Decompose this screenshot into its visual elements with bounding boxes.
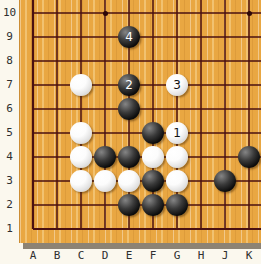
column-label-D: D [96,249,114,263]
intersection-E7[interactable]: 2 [117,73,141,97]
intersection-C4[interactable] [69,145,93,169]
move-number-1: 1 [166,122,188,144]
intersection-E4[interactable] [117,145,141,169]
intersection-F6[interactable] [141,97,165,121]
intersection-C6[interactable] [69,97,93,121]
row-label-7: 7 [1,77,18,93]
intersection-A3[interactable] [21,169,45,193]
row-label-1: 1 [1,221,18,237]
intersection-B4[interactable] [45,145,69,169]
white-stone-G5: 1 [166,122,188,144]
intersection-K1[interactable] [237,217,261,241]
intersection-F7[interactable] [141,73,165,97]
intersection-H4[interactable] [189,145,213,169]
column-label-E: E [120,249,138,263]
star-point-K10 [247,11,252,16]
column-label-B: B [48,249,66,263]
intersection-B3[interactable] [45,169,69,193]
intersection-G3[interactable] [165,169,189,193]
intersection-C3[interactable] [69,169,93,193]
intersection-H6[interactable] [189,97,213,121]
intersection-E3[interactable] [117,169,141,193]
intersection-K3[interactable] [237,169,261,193]
intersection-D4[interactable] [93,145,117,169]
column-label-C: C [72,249,90,263]
intersection-G8[interactable] [165,49,189,73]
intersection-J6[interactable] [213,97,237,121]
intersection-H5[interactable] [189,121,213,145]
intersection-A10[interactable] [21,1,45,25]
intersection-E10[interactable] [117,1,141,25]
intersection-G5[interactable]: 1 [165,121,189,145]
intersection-G10[interactable] [165,1,189,25]
intersection-C8[interactable] [69,49,93,73]
intersection-A8[interactable] [21,49,45,73]
intersection-B6[interactable] [45,97,69,121]
white-stone-C7 [70,74,92,96]
intersection-F8[interactable] [141,49,165,73]
intersection-D6[interactable] [93,97,117,121]
column-label-G: G [168,249,186,263]
black-stone-E4 [118,146,140,168]
intersection-G4[interactable] [165,145,189,169]
intersection-E6[interactable] [117,97,141,121]
intersection-A9[interactable] [21,25,45,49]
intersection-G2[interactable] [165,193,189,217]
intersection-B5[interactable] [45,121,69,145]
intersection-F5[interactable] [141,121,165,145]
intersection-J8[interactable] [213,49,237,73]
intersection-G6[interactable] [165,97,189,121]
intersection-C7[interactable] [69,73,93,97]
row-label-4: 4 [1,149,18,165]
intersection-D8[interactable] [93,49,117,73]
black-stone-K4 [238,146,260,168]
black-stone-J3 [214,170,236,192]
intersection-G1[interactable] [165,217,189,241]
intersection-F3[interactable] [141,169,165,193]
intersection-K4[interactable] [237,145,261,169]
row-label-5: 5 [1,125,18,141]
intersection-C9[interactable] [69,25,93,49]
intersection-A7[interactable] [21,73,45,97]
intersection-F9[interactable] [141,25,165,49]
black-stone-G2 [166,194,188,216]
move-number-4: 4 [118,26,140,48]
column-label-K: K [240,249,258,263]
intersection-A4[interactable] [21,145,45,169]
intersection-J2[interactable] [213,193,237,217]
column-label-F: F [144,249,162,263]
board-grid: 4231 [21,1,261,241]
intersection-J10[interactable] [213,1,237,25]
intersection-B8[interactable] [45,49,69,73]
intersection-K10[interactable] [237,1,261,25]
black-stone-D4 [94,146,116,168]
row-label-6: 6 [1,101,18,117]
intersection-D10[interactable] [93,1,117,25]
column-label-A: A [24,249,42,263]
intersection-D7[interactable] [93,73,117,97]
intersection-J1[interactable] [213,217,237,241]
intersection-D1[interactable] [93,217,117,241]
column-label-H: H [192,249,210,263]
intersection-E2[interactable] [117,193,141,217]
intersection-B7[interactable] [45,73,69,97]
intersection-B2[interactable] [45,193,69,217]
intersection-H9[interactable] [189,25,213,49]
intersection-H2[interactable] [189,193,213,217]
row-label-2: 2 [1,197,18,213]
intersection-D9[interactable] [93,25,117,49]
intersection-B10[interactable] [45,1,69,25]
white-stone-G7: 3 [166,74,188,96]
intersection-H8[interactable] [189,49,213,73]
intersection-H7[interactable] [189,73,213,97]
intersection-J4[interactable] [213,145,237,169]
intersection-B1[interactable] [45,217,69,241]
black-stone-F2 [142,194,164,216]
white-stone-G3 [166,170,188,192]
go-diagram: 4231 10987654321 ABCDEFGHJK [0,0,261,264]
row-label-8: 8 [1,53,18,69]
intersection-G9[interactable] [165,25,189,49]
intersection-B9[interactable] [45,25,69,49]
intersection-K8[interactable] [237,49,261,73]
intersection-D3[interactable] [93,169,117,193]
intersection-A1[interactable] [21,217,45,241]
black-stone-E9: 4 [118,26,140,48]
white-stone-E3 [118,170,140,192]
intersection-C1[interactable] [69,217,93,241]
intersection-E9[interactable]: 4 [117,25,141,49]
intersection-A6[interactable] [21,97,45,121]
intersection-C2[interactable] [69,193,93,217]
black-stone-E6 [118,98,140,120]
intersection-G7[interactable]: 3 [165,73,189,97]
intersection-F2[interactable] [141,193,165,217]
intersection-A5[interactable] [21,121,45,145]
intersection-A2[interactable] [21,193,45,217]
white-stone-C3 [70,170,92,192]
intersection-E1[interactable] [117,217,141,241]
white-stone-C4 [70,146,92,168]
black-stone-E2 [118,194,140,216]
row-label-9: 9 [1,29,18,45]
intersection-K9[interactable] [237,25,261,49]
intersection-J3[interactable] [213,169,237,193]
white-stone-C5 [70,122,92,144]
intersection-H1[interactable] [189,217,213,241]
intersection-E8[interactable] [117,49,141,73]
intersection-J5[interactable] [213,121,237,145]
intersection-H3[interactable] [189,169,213,193]
intersection-C5[interactable] [69,121,93,145]
white-stone-F4 [142,146,164,168]
column-label-J: J [216,249,234,263]
row-label-3: 3 [1,173,18,189]
intersection-F1[interactable] [141,217,165,241]
row-label-10: 10 [1,5,18,21]
intersection-J7[interactable] [213,73,237,97]
star-point-D10 [103,11,108,16]
intersection-J9[interactable] [213,25,237,49]
intersection-F4[interactable] [141,145,165,169]
move-number-3: 3 [166,74,188,96]
intersection-D2[interactable] [93,193,117,217]
intersection-C10[interactable] [69,1,93,25]
intersection-K2[interactable] [237,193,261,217]
intersection-K7[interactable] [237,73,261,97]
white-stone-G4 [166,146,188,168]
black-stone-E7: 2 [118,74,140,96]
white-stone-D3 [94,170,116,192]
move-number-2: 2 [118,74,140,96]
intersection-E5[interactable] [117,121,141,145]
intersection-F10[interactable] [141,1,165,25]
intersection-K6[interactable] [237,97,261,121]
intersection-H10[interactable] [189,1,213,25]
black-stone-F3 [142,170,164,192]
intersection-K5[interactable] [237,121,261,145]
intersection-D5[interactable] [93,121,117,145]
black-stone-F5 [142,122,164,144]
